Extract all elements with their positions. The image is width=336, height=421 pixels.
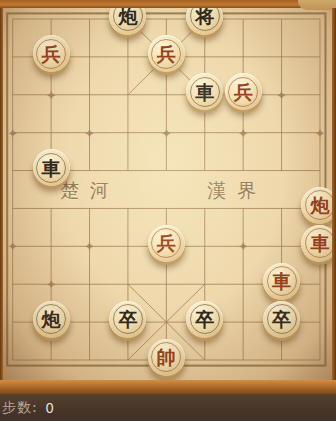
piece-glyph: 帥 [157,347,176,367]
piece-glyph: 将 [195,6,214,26]
piece-black-soldier[interactable]: 卒 [109,301,146,338]
river-label-han-jie: 漢界 [207,178,267,204]
piece-red-soldier[interactable]: 兵 [148,225,185,262]
piece-glyph: 炮 [42,309,61,329]
piece-glyph: 卒 [118,309,137,329]
piece-glyph: 兵 [234,82,253,102]
wood-frame-right [332,8,336,380]
piece-black-soldier[interactable]: 卒 [263,301,300,338]
piece-red-chariot[interactable]: 車 [301,225,336,262]
move-count-value: 0 [46,400,55,416]
piece-glyph: 車 [42,158,61,178]
move-count-label: 步数: [2,399,38,417]
piece-red-soldier[interactable]: 兵 [225,73,262,110]
wood-frame-left [0,8,3,380]
piece-glyph: 兵 [42,44,61,64]
wood-frame-top [0,0,336,8]
piece-glyph: 兵 [157,44,176,64]
river-label-chu-he: 楚河 [60,178,120,204]
piece-red-cannon[interactable]: 炮 [301,187,336,224]
piece-black-cannon[interactable]: 炮 [33,301,70,338]
xiangqi-game-screen: 楚河 漢界 ✦✦✦✦✦✦✦✦✦✦✦✦✦✦ 炮将兵兵車兵車炮兵車車炮卒卒卒帥 步数… [0,0,336,421]
piece-black-chariot[interactable]: 車 [33,149,70,186]
top-right-ui-fragment [298,0,336,10]
piece-glyph: 兵 [157,233,176,253]
piece-glyph: 炮 [118,6,137,26]
piece-glyph: 炮 [310,195,329,215]
piece-black-soldier[interactable]: 卒 [186,301,223,338]
piece-red-general[interactable]: 帥 [148,339,185,376]
piece-red-chariot[interactable]: 車 [263,263,300,300]
piece-glyph: 車 [310,233,329,253]
piece-glyph: 卒 [272,309,291,329]
piece-red-soldier[interactable]: 兵 [33,35,70,72]
wood-frame-bottom [0,380,336,394]
piece-red-soldier[interactable]: 兵 [148,35,185,72]
piece-glyph: 車 [195,82,214,102]
piece-glyph: 卒 [195,309,214,329]
piece-glyph: 車 [272,271,291,291]
status-bar: 步数: 0 [0,394,336,421]
